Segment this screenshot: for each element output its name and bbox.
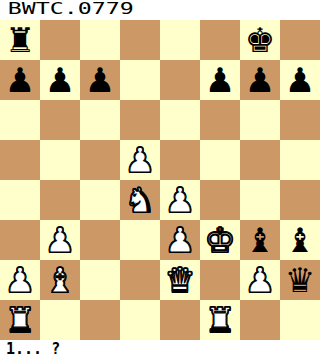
square-h2[interactable]: ♛ bbox=[280, 260, 320, 300]
square-h4[interactable] bbox=[280, 180, 320, 220]
square-h3[interactable]: ♝ bbox=[280, 220, 320, 260]
square-a4[interactable] bbox=[0, 180, 40, 220]
square-a1[interactable]: ♜ bbox=[0, 300, 40, 340]
black-rook-a8: ♜ bbox=[0, 20, 40, 60]
black-pawn-c7: ♟ bbox=[80, 60, 120, 100]
square-b4[interactable] bbox=[40, 180, 80, 220]
white-pawn-d5: ♟ bbox=[120, 140, 160, 180]
square-d2[interactable] bbox=[120, 260, 160, 300]
square-h7[interactable]: ♟ bbox=[280, 60, 320, 100]
square-e2[interactable]: ♛ bbox=[160, 260, 200, 300]
square-c8[interactable] bbox=[80, 20, 120, 60]
square-e7[interactable] bbox=[160, 60, 200, 100]
position-title: BWTC.0779 bbox=[0, 0, 320, 20]
white-rook-f1: ♜ bbox=[200, 300, 240, 340]
square-e8[interactable] bbox=[160, 20, 200, 60]
square-c2[interactable] bbox=[80, 260, 120, 300]
square-f6[interactable] bbox=[200, 100, 240, 140]
square-d8[interactable] bbox=[120, 20, 160, 60]
square-c5[interactable] bbox=[80, 140, 120, 180]
square-b7[interactable]: ♟ bbox=[40, 60, 80, 100]
black-bishop-g3: ♝ bbox=[240, 220, 280, 260]
square-c1[interactable] bbox=[80, 300, 120, 340]
square-g3[interactable]: ♝ bbox=[240, 220, 280, 260]
square-h1[interactable] bbox=[280, 300, 320, 340]
square-c4[interactable] bbox=[80, 180, 120, 220]
square-f3[interactable]: ♚ bbox=[200, 220, 240, 260]
square-e4[interactable]: ♟ bbox=[160, 180, 200, 220]
square-g6[interactable] bbox=[240, 100, 280, 140]
square-h8[interactable] bbox=[280, 20, 320, 60]
square-b6[interactable] bbox=[40, 100, 80, 140]
white-queen-e2: ♛ bbox=[160, 260, 200, 300]
square-g2[interactable]: ♟ bbox=[240, 260, 280, 300]
square-h5[interactable] bbox=[280, 140, 320, 180]
chess-app: BWTC.0779 ♜♚♟♟♟♟♟♟♟♞♟♟♟♚♝♝♟♝♛♟♛♜♜ 1... ? bbox=[0, 0, 320, 360]
white-bishop-b2: ♝ bbox=[40, 260, 80, 300]
square-c3[interactable] bbox=[80, 220, 120, 260]
white-king-f3: ♚ bbox=[200, 220, 240, 260]
black-pawn-a7: ♟ bbox=[0, 60, 40, 100]
square-f2[interactable] bbox=[200, 260, 240, 300]
black-bishop-h3: ♝ bbox=[280, 220, 320, 260]
square-f8[interactable] bbox=[200, 20, 240, 60]
square-a8[interactable]: ♜ bbox=[0, 20, 40, 60]
square-a3[interactable] bbox=[0, 220, 40, 260]
square-e5[interactable] bbox=[160, 140, 200, 180]
white-pawn-a2: ♟ bbox=[0, 260, 40, 300]
white-knight-d4: ♞ bbox=[120, 180, 160, 220]
white-pawn-g2: ♟ bbox=[240, 260, 280, 300]
square-d1[interactable] bbox=[120, 300, 160, 340]
square-a5[interactable] bbox=[0, 140, 40, 180]
square-d4[interactable]: ♞ bbox=[120, 180, 160, 220]
white-pawn-e3: ♟ bbox=[160, 220, 200, 260]
square-b1[interactable] bbox=[40, 300, 80, 340]
square-c6[interactable] bbox=[80, 100, 120, 140]
square-d5[interactable]: ♟ bbox=[120, 140, 160, 180]
square-g5[interactable] bbox=[240, 140, 280, 180]
black-pawn-f7: ♟ bbox=[200, 60, 240, 100]
square-b5[interactable] bbox=[40, 140, 80, 180]
square-g4[interactable] bbox=[240, 180, 280, 220]
square-b2[interactable]: ♝ bbox=[40, 260, 80, 300]
square-f5[interactable] bbox=[200, 140, 240, 180]
black-queen-h2: ♛ bbox=[280, 260, 320, 300]
square-d6[interactable] bbox=[120, 100, 160, 140]
square-f4[interactable] bbox=[200, 180, 240, 220]
black-pawn-g7: ♟ bbox=[240, 60, 280, 100]
black-pawn-b7: ♟ bbox=[40, 60, 80, 100]
square-f1[interactable]: ♜ bbox=[200, 300, 240, 340]
square-d3[interactable] bbox=[120, 220, 160, 260]
white-rook-a1: ♜ bbox=[0, 300, 40, 340]
square-d7[interactable] bbox=[120, 60, 160, 100]
white-pawn-e4: ♟ bbox=[160, 180, 200, 220]
square-h6[interactable] bbox=[280, 100, 320, 140]
square-b8[interactable] bbox=[40, 20, 80, 60]
square-e3[interactable]: ♟ bbox=[160, 220, 200, 260]
square-g8[interactable]: ♚ bbox=[240, 20, 280, 60]
black-pawn-h7: ♟ bbox=[280, 60, 320, 100]
square-a6[interactable] bbox=[0, 100, 40, 140]
white-pawn-b3: ♟ bbox=[40, 220, 80, 260]
move-prompt: 1... ? bbox=[0, 340, 320, 360]
square-g7[interactable]: ♟ bbox=[240, 60, 280, 100]
square-c7[interactable]: ♟ bbox=[80, 60, 120, 100]
square-e1[interactable] bbox=[160, 300, 200, 340]
square-a7[interactable]: ♟ bbox=[0, 60, 40, 100]
square-a2[interactable]: ♟ bbox=[0, 260, 40, 300]
chess-board: ♜♚♟♟♟♟♟♟♟♞♟♟♟♚♝♝♟♝♛♟♛♜♜ bbox=[0, 20, 320, 340]
square-g1[interactable] bbox=[240, 300, 280, 340]
square-f7[interactable]: ♟ bbox=[200, 60, 240, 100]
square-e6[interactable] bbox=[160, 100, 200, 140]
black-king-g8: ♚ bbox=[240, 20, 280, 60]
square-b3[interactable]: ♟ bbox=[40, 220, 80, 260]
